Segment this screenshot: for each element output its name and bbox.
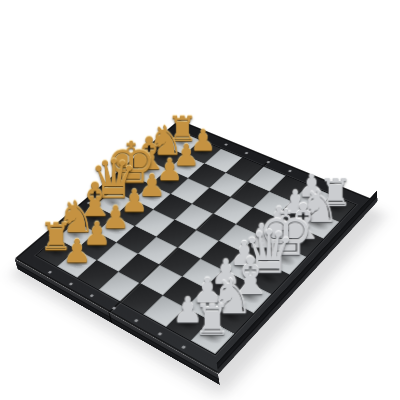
perspective-scene: ♜♟♟♜♞♟♟♞♝♟♟♝♚♟♟♚♛♟♟♛♝♟♟♝♞♟♟♞♜♟♟♜ [0,0,400,400]
square-r7c1[interactable]: ♟ [57,249,97,278]
magnet-rivet-dot [69,282,73,285]
magnet-rivet-dot [48,270,52,273]
magnet-rivet-dot [112,306,116,309]
magnet-rivet-dot [134,319,139,322]
magnet-rivet-dot [245,152,249,154]
magnet-rivet-dot [90,294,94,297]
magnet-rivet-dot [182,345,187,349]
chess-board: ♜♟♟♜♞♟♟♞♝♟♟♝♚♟♟♚♛♟♟♛♝♟♟♝♞♟♟♞♜♟♟♜ [14,120,377,374]
magnet-rivet-dot [266,160,270,163]
board-squares: ♜♟♟♜♞♟♟♞♝♟♟♝♚♟♟♚♛♟♟♛♝♟♟♝♞♟♟♞♜♟♟♜ [37,132,355,354]
magnet-rivet-dot [158,332,163,336]
scene-tilt: ♜♟♟♜♞♟♟♞♝♟♟♝♚♟♟♚♛♟♟♛♝♟♟♝♞♟♟♞♜♟♟♜ [0,0,400,400]
silver-rook[interactable]: ♜ [177,299,248,341]
product-photo-stage: ♜♟♟♜♞♟♟♞♝♟♟♝♚♟♟♚♛♟♟♛♝♟♟♝♞♟♟♞♜♟♟♜ [0,0,400,400]
